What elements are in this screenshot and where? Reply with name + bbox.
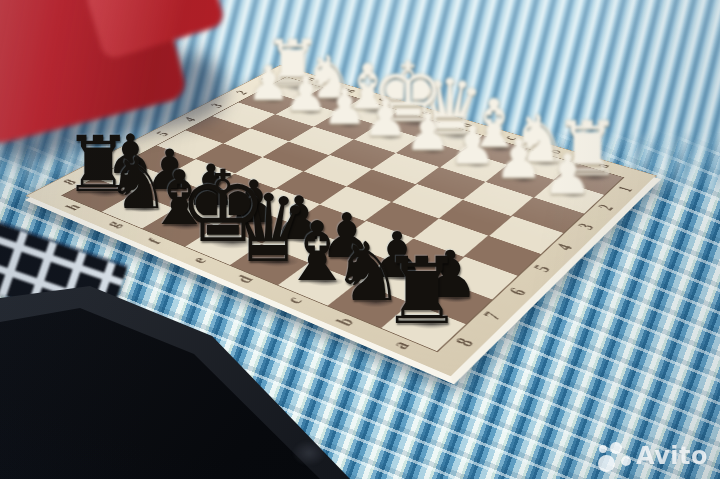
case-recess-mark [292, 440, 326, 466]
rank-label: 6 [123, 145, 143, 153]
avito-logo-icon [597, 441, 631, 471]
avito-logo-dot [598, 455, 615, 472]
rank-label: 1 [257, 77, 275, 84]
rank-label: 6 [504, 285, 531, 298]
avito-logo-dot [621, 456, 631, 466]
rank-label: 7 [478, 309, 506, 322]
rank-label: 1 [613, 185, 637, 194]
file-label: f [144, 237, 165, 247]
watermark-label: Avito [636, 442, 708, 470]
rank-label: 8 [451, 335, 480, 349]
rank-label: 3 [574, 221, 599, 232]
avito-logo-dot [599, 445, 607, 453]
rank-label: 2 [594, 202, 618, 212]
rank-label: 5 [529, 263, 555, 275]
avito-logo-dot [610, 442, 622, 454]
avito-watermark: Avito [597, 441, 708, 471]
rank-label: 2 [232, 89, 251, 96]
listing-photo: hhggffeeddccbbaa1122334455667788 ♜♞♝♛♚♝♞… [0, 0, 720, 479]
rank-label: 4 [552, 242, 578, 253]
